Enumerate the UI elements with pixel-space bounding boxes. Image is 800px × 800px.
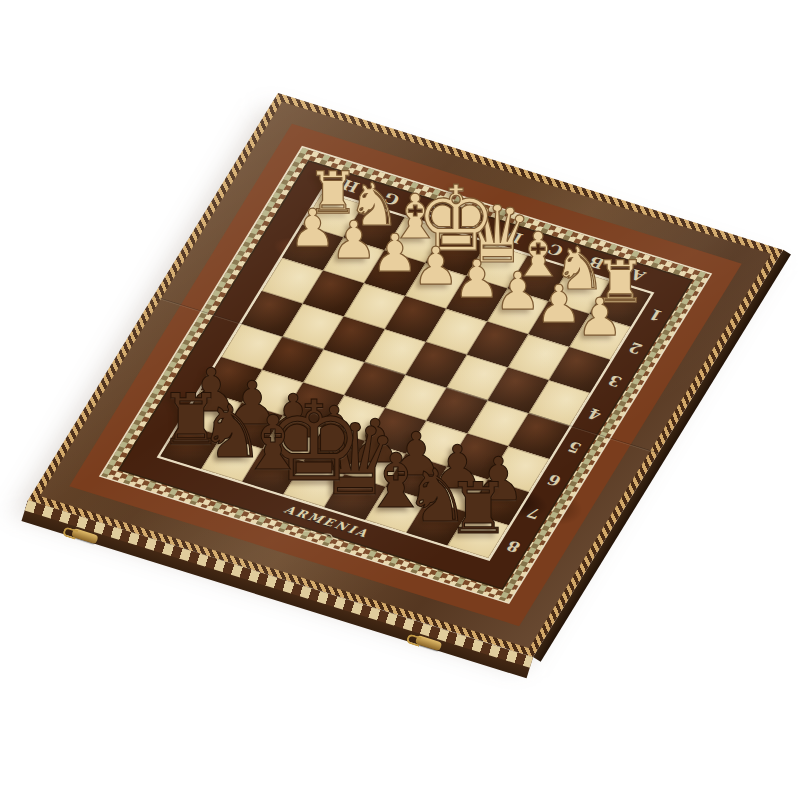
file-label-A: A	[627, 266, 649, 285]
file-label-E: E	[463, 215, 484, 234]
rank-label-4: 4	[585, 405, 605, 424]
rank-label-6: 6	[544, 471, 564, 490]
brass-clasp-right	[415, 635, 443, 651]
rank-label-2: 2	[625, 339, 645, 358]
brass-clasp-left	[71, 528, 99, 544]
rank-label-8: 8	[503, 537, 523, 556]
file-label-F: F	[422, 202, 443, 221]
rank-label-5: 5	[564, 438, 584, 457]
file-label-D: D	[503, 227, 526, 247]
rank-label-3: 3	[605, 372, 625, 391]
rank-label-7: 7	[524, 504, 544, 523]
file-label-H: H	[338, 176, 362, 196]
file-label-C: C	[545, 240, 567, 259]
product-photo-stage: HGFEDCBA12345678 ARMENIA ♜♞♝♛♚♝♞♜♟♟♟♟♟♟♟…	[0, 0, 800, 800]
file-label-G: G	[380, 189, 403, 208]
rank-label-1: 1	[646, 306, 666, 325]
chess-board: HGFEDCBA12345678 ARMENIA	[28, 93, 783, 657]
file-label-B: B	[585, 253, 608, 272]
